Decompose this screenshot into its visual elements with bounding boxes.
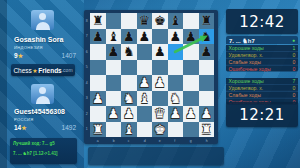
black-queen-d8[interactable]: ♛ [137,13,153,28]
square-d4[interactable]: ♟ [137,75,153,91]
stat-row: Ошибочные ходы0 [226,65,298,71]
square-c5[interactable] [121,60,137,76]
black-bishop-b7[interactable]: ♝ [106,29,122,44]
stat-value: 0 [293,65,296,70]
file-label-d: d [137,137,153,144]
white-pawn-f2[interactable]: ♟ [168,106,184,121]
file-label-g: g [183,137,199,144]
square-e2[interactable]: ♛ [152,106,168,122]
square-a7[interactable]: ♟ [90,29,106,45]
square-b6[interactable]: ♟ [106,44,122,60]
square-f1[interactable] [168,122,184,138]
square-h5[interactable] [199,60,215,76]
black-king-e8[interactable]: ♚ [152,13,168,28]
white-pawn-g2[interactable]: ♟ [183,106,199,121]
stat-label: Хорошие ходы [229,78,264,83]
file-label-e: e [152,137,168,144]
stat-label: Удовлетвор. х. [229,85,264,90]
star-icon: ★ [21,125,26,131]
square-b8[interactable] [106,13,122,29]
black-bishop-f8[interactable]: ♝ [168,13,184,28]
square-c2[interactable]: ♟ [121,106,137,122]
square-e6[interactable]: ♟ [152,44,168,60]
square-c1[interactable]: ♝ [121,122,137,138]
file-labels: abcdefgh [90,137,214,144]
white-knight-f3[interactable]: ♞ [168,91,184,106]
square-b1[interactable] [106,122,122,138]
square-h3[interactable] [199,91,215,107]
square-e7[interactable] [152,29,168,45]
square-c4[interactable] [121,75,137,91]
square-g1[interactable] [183,122,199,138]
black-player-country: ИНДОНЕЗИЯ [14,46,68,50]
white-knight-c3[interactable]: ♞ [121,91,137,106]
white-rook-a1[interactable]: ♜ [90,122,106,137]
black-pawn-h6[interactable]: ♟ [199,44,215,59]
square-g5[interactable] [183,60,199,76]
square-f4[interactable] [168,75,184,91]
avatar-black [31,10,54,30]
square-e1[interactable]: ♚ [152,122,168,138]
clock-black: 12:42 [226,9,298,34]
stat-value: 0 [293,52,296,57]
square-d5[interactable] [137,60,153,76]
stat-row: Слабые ходы0 [226,58,298,65]
square-a4[interactable] [90,75,106,91]
stat-value: 1 [293,45,296,50]
stat-row: Хорошие ходы1 [226,45,298,52]
sidebar: Gosashin Sora ИНДОНЕЗИЯ 9★ 1407 Chess★Fr… [0,0,84,168]
square-g7[interactable]: ♟ [183,29,199,45]
square-f8[interactable]: ♝ [168,13,184,29]
square-b7[interactable]: ♝ [106,29,122,45]
square-b4[interactable] [106,75,122,91]
square-h2[interactable]: ♟ [199,106,215,122]
square-g4[interactable] [183,75,199,91]
white-player-rating: 1492 [62,124,76,131]
square-c3[interactable]: ♞ [121,91,137,107]
white-pawn-h2[interactable]: ♟ [199,106,215,121]
square-d3[interactable]: ♝ [137,91,153,107]
square-f6[interactable] [168,44,184,60]
white-rook-h1[interactable]: ♜ [199,122,215,137]
stats-white: Хорошие ходы7Удовлетвор. х.0Слабые ходы0… [226,78,298,105]
square-f2[interactable]: ♟ [168,106,184,122]
square-g8[interactable] [183,13,199,29]
square-h4[interactable] [199,75,215,91]
white-pawn-c2[interactable]: ♟ [121,106,137,121]
square-b3[interactable] [106,91,122,107]
good-move-dot-icon: ● [292,37,295,43]
square-f3[interactable]: ♞ [168,91,184,107]
square-a6[interactable] [90,44,106,60]
stat-row: Слабые ходы0 [226,92,298,99]
logo-domain: .com [62,67,73,73]
square-d1[interactable] [137,122,153,138]
file-label-c: c [121,137,137,144]
square-b2[interactable]: ♟ [106,106,122,122]
last-move-text: 7. ... ♞h7 [229,37,255,44]
square-a1[interactable]: ♜ [90,122,106,138]
square-c7[interactable]: ♟ [121,29,137,45]
white-player-name: Guest45456308 [14,108,82,115]
stat-row: Хорошие ходы7 [226,78,298,85]
stat-value: 0 [293,59,296,64]
stat-label: Слабые ходы [229,59,261,64]
stats-black: Хорошие ходы1Удовлетвор. х.0Слабые ходы0… [226,45,298,72]
square-a2[interactable] [90,106,106,122]
white-pawn-a3[interactable]: ♟ [90,91,106,106]
file-label-a: a [90,137,106,144]
eval-line: 7. ... ♞h7 [1.12->1.41] [13,150,58,157]
black-pawn-f7[interactable]: ♟ [168,29,184,44]
square-h8[interactable]: ♜ [199,13,215,29]
square-e4[interactable]: ♟ [152,75,168,91]
stat-label: Удовлетвор. х. [229,52,264,57]
file-label-f: f [168,137,184,144]
square-a5[interactable] [90,60,106,76]
square-d7[interactable]: ♟ [137,29,153,45]
square-c8[interactable] [121,13,137,29]
black-pawn-c7[interactable]: ♟ [121,29,137,44]
logo-star-icon: ★ [32,67,37,74]
move-list-panel [88,147,224,165]
file-label-h: h [199,137,215,144]
black-rook-h8[interactable]: ♜ [199,13,215,28]
file-label-b: b [106,137,122,144]
square-h6[interactable]: ♟ [199,44,215,60]
square-a3[interactable]: ♟ [90,91,106,107]
logo-chess: Chess [13,67,31,74]
app-window: Gosashin Sora ИНДОНЕЗИЯ 9★ 1407 Chess★Fr… [0,0,300,168]
stat-label: Ошибочные ходы [229,65,271,70]
black-pawn-b6[interactable]: ♟ [106,44,122,59]
best-move-line: Лучший ход: 7... g5 [13,140,58,147]
stat-label: Слабые ходы [229,92,261,97]
square-h1[interactable]: ♜ [199,122,215,138]
black-pawn-g7[interactable]: ♟ [183,29,199,44]
square-e8[interactable]: ♚ [152,13,168,29]
white-pawn-b2[interactable]: ♟ [106,106,122,121]
square-e5[interactable] [152,60,168,76]
black-rook-a8[interactable]: ♜ [90,13,106,28]
stat-label: Хорошие ходы [229,45,264,50]
white-bishop-c1[interactable]: ♝ [121,122,137,137]
square-f5[interactable] [168,60,184,76]
square-d6[interactable] [137,44,153,60]
stat-row: Удовлетвор. х.0 [226,51,298,58]
stat-row: Удовлетвор. х.0 [226,85,298,92]
site-logo: Chess★Friends.com [11,64,75,76]
square-g3[interactable] [183,91,199,107]
black-pawn-e6[interactable]: ♟ [152,44,168,59]
square-e3[interactable] [152,91,168,107]
black-knight-c6[interactable]: ♞ [121,44,137,59]
white-king-e1[interactable]: ♚ [152,122,168,137]
white-player-stars: 14★ [14,124,27,131]
stat-value: 0 [293,85,296,90]
square-a8[interactable]: ♜ [90,13,106,29]
white-pawn-e4[interactable]: ♟ [152,75,168,90]
white-bishop-d3[interactable]: ♝ [137,91,153,106]
stat-value: 0 [293,92,296,97]
star-icon: ★ [18,53,23,59]
black-player-name: Gosashin Sora [14,36,82,43]
square-d8[interactable]: ♛ [137,13,153,29]
white-pawn-d4[interactable]: ♟ [137,75,153,90]
black-pawn-a7[interactable]: ♟ [90,29,106,44]
black-knight-h7[interactable]: ♞ [199,29,215,44]
white-queen-e2[interactable]: ♛ [152,106,168,121]
last-move-header: 7. ... ♞h7 ● [226,36,298,44]
square-c6[interactable]: ♞ [121,44,137,60]
black-player-rating: 1407 [62,52,76,59]
black-pawn-d7[interactable]: ♟ [137,29,153,44]
square-f7[interactable]: ♟ [168,29,184,45]
analysis-box: Лучший ход: 7... g5 7. ... ♞h7 [1.12->1.… [10,138,77,164]
square-g2[interactable]: ♟ [183,106,199,122]
white-player-rating-row: 14★ 1492 [14,124,76,131]
avatar-white [31,84,54,104]
logo-friends: Friends [38,67,61,74]
white-player-country: РОССИЯ [14,118,68,122]
chess-board: 87654321 ♜♛♚♝♜♟♝♟♟♟♟♞♟♞♟♟♟♟♟♞♝♞♟♟♛♟♟♟♜♝♚… [84,10,218,144]
black-player-rating-row: 9★ 1407 [14,52,76,59]
square-h7[interactable]: ♞ [199,29,215,45]
board-grid: ♜♛♚♝♜♟♝♟♟♟♟♞♟♞♟♟♟♟♟♞♝♞♟♟♛♟♟♟♜♝♚♜ [90,13,214,137]
square-b5[interactable] [106,60,122,76]
clock-white: 12:21 [226,102,298,127]
square-g6[interactable] [183,44,199,60]
stat-value: 7 [293,78,296,83]
square-d2[interactable] [137,106,153,122]
black-player-stars: 9★ [14,52,23,59]
